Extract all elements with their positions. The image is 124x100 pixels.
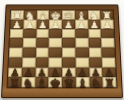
board-perspective: ♜♞♝♚♛♝♞♜♟♟♟♟♟♟♟♟♟♟♟♟♟♟♟♟♜♞♝♚♛♝♞♜ [1,4,123,98]
square-a1[interactable]: ♜ [100,10,113,19]
square-f2[interactable]: ♟ [36,19,49,28]
chess-board-frame: ♜♞♝♚♛♝♞♜♟♟♟♟♟♟♟♟♟♟♟♟♟♟♟♟♜♞♝♚♛♝♞♜ [1,4,123,98]
square-f8[interactable]: ♝ [35,77,49,87]
square-d2[interactable]: ♟ [62,19,75,28]
square-c1[interactable]: ♝ [75,10,88,19]
piece-black-rook[interactable]: ♜ [103,77,117,89]
square-a6[interactable] [102,57,116,67]
piece-black-knight[interactable]: ♞ [21,77,35,89]
piece-black-king[interactable]: ♚ [48,77,62,89]
square-d6[interactable] [62,57,75,67]
square-g5[interactable] [22,48,36,58]
square-g1[interactable]: ♞ [23,10,36,19]
piece-black-bishop[interactable]: ♝ [35,77,49,89]
square-a4[interactable] [101,38,115,48]
piece-black-knight[interactable]: ♞ [89,77,103,89]
square-h3[interactable] [10,29,23,38]
square-d5[interactable] [62,48,75,58]
square-d8[interactable]: ♛ [62,77,76,87]
square-e2[interactable]: ♟ [49,19,62,28]
square-c2[interactable]: ♟ [75,19,88,28]
piece-black-queen[interactable]: ♛ [62,77,76,89]
square-e8[interactable]: ♚ [48,77,62,87]
square-h8[interactable]: ♜ [7,77,21,87]
chess-board-grid: ♜♞♝♚♛♝♞♜♟♟♟♟♟♟♟♟♟♟♟♟♟♟♟♟♜♞♝♚♛♝♞♜ [6,9,117,88]
square-e1[interactable]: ♚ [49,10,62,19]
square-d1[interactable]: ♛ [62,10,75,19]
square-a2[interactable]: ♟ [101,19,114,28]
square-g3[interactable] [23,29,36,38]
square-a8[interactable]: ♜ [103,77,117,87]
square-c4[interactable] [75,38,88,48]
square-b5[interactable] [88,48,102,58]
square-h4[interactable] [9,38,23,48]
square-b8[interactable]: ♞ [89,77,103,87]
square-h6[interactable] [8,57,22,67]
square-b4[interactable] [88,38,101,48]
square-a5[interactable] [102,48,116,58]
piece-black-bishop[interactable]: ♝ [76,77,90,89]
square-b6[interactable] [89,57,103,67]
square-f5[interactable] [35,48,48,58]
square-f3[interactable] [36,29,49,38]
square-e5[interactable] [49,48,62,58]
square-c8[interactable]: ♝ [76,77,90,87]
square-g4[interactable] [22,38,35,48]
square-c6[interactable] [75,57,89,67]
square-d4[interactable] [62,38,75,48]
square-g8[interactable]: ♞ [21,77,35,87]
piece-black-rook[interactable]: ♜ [7,77,21,89]
square-a3[interactable] [101,29,114,38]
square-c3[interactable] [75,29,88,38]
square-f1[interactable]: ♝ [36,10,49,19]
square-e6[interactable] [49,57,62,67]
square-g6[interactable] [22,57,36,67]
square-h2[interactable]: ♟ [10,19,23,28]
square-f6[interactable] [35,57,49,67]
square-h5[interactable] [9,48,23,58]
square-b1[interactable]: ♞ [88,10,101,19]
square-b2[interactable]: ♟ [88,19,101,28]
square-g2[interactable]: ♟ [23,19,36,28]
square-f4[interactable] [36,38,49,48]
square-e3[interactable] [49,29,62,38]
square-h1[interactable]: ♜ [11,10,24,19]
chess-set-photo: ♜♞♝♚♛♝♞♜♟♟♟♟♟♟♟♟♟♟♟♟♟♟♟♟♜♞♝♚♛♝♞♜ [0,0,124,100]
square-e4[interactable] [49,38,62,48]
square-b3[interactable] [88,29,101,38]
square-d3[interactable] [62,29,75,38]
square-c5[interactable] [75,48,88,58]
